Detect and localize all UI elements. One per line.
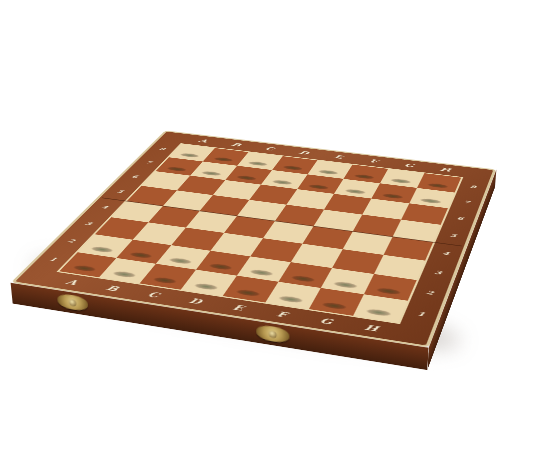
brass-clasp-right xyxy=(257,324,290,344)
brass-clasp-left xyxy=(57,293,89,312)
piece-glyph: ♝ xyxy=(268,250,314,299)
chess-board: AABBCCDDEEFFGGHH8877665544332211 ♜♞♝♛♚♝♞… xyxy=(11,130,497,347)
piece-glyph: ♜ xyxy=(357,267,400,313)
piece-glyph: ♞ xyxy=(311,256,358,306)
piece-glyph: ♜ xyxy=(64,226,104,269)
piece-glyph: ♞ xyxy=(102,227,147,274)
product-photo-stage: AABBCCDDEEFFGGHH8877665544332211 ♜♞♝♛♚♝♞… xyxy=(0,0,550,450)
